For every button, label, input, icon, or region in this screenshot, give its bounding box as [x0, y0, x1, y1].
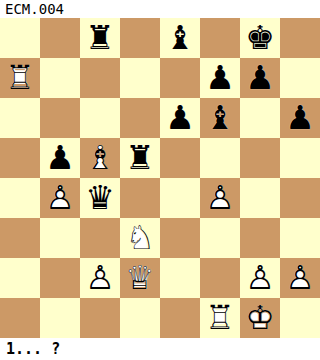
square-d6[interactable]	[120, 98, 160, 138]
square-e3[interactable]	[160, 218, 200, 258]
black-rook[interactable]: ♜	[80, 18, 120, 58]
white-knight[interactable]: ♘	[120, 218, 160, 258]
square-a1[interactable]	[0, 298, 40, 338]
move-prompt: 1... ?	[0, 338, 320, 360]
square-g1[interactable]: ♚♔	[240, 298, 280, 338]
square-d7[interactable]	[120, 58, 160, 98]
square-c4[interactable]: ♛	[80, 178, 120, 218]
square-e4[interactable]	[160, 178, 200, 218]
square-d8[interactable]	[120, 18, 160, 58]
square-c3[interactable]	[80, 218, 120, 258]
square-c5[interactable]: ♝♗	[80, 138, 120, 178]
square-h1[interactable]	[280, 298, 320, 338]
square-e8[interactable]: ♝	[160, 18, 200, 58]
square-h5[interactable]	[280, 138, 320, 178]
square-g7[interactable]: ♟	[240, 58, 280, 98]
white-pawn[interactable]: ♙	[40, 178, 80, 218]
white-pawn[interactable]: ♙	[240, 258, 280, 298]
white-rook[interactable]: ♖	[0, 58, 40, 98]
square-c8[interactable]: ♜	[80, 18, 120, 58]
square-d2[interactable]: ♛♕	[120, 258, 160, 298]
black-pawn[interactable]: ♟	[240, 58, 280, 98]
square-g3[interactable]	[240, 218, 280, 258]
white-queen[interactable]: ♕	[120, 258, 160, 298]
black-bishop[interactable]: ♝	[200, 98, 240, 138]
square-h3[interactable]	[280, 218, 320, 258]
square-h8[interactable]	[280, 18, 320, 58]
square-h2[interactable]: ♟♙	[280, 258, 320, 298]
black-bishop[interactable]: ♝	[160, 18, 200, 58]
square-f5[interactable]	[200, 138, 240, 178]
black-rook[interactable]: ♜	[120, 138, 160, 178]
square-c7[interactable]	[80, 58, 120, 98]
square-d5[interactable]: ♜	[120, 138, 160, 178]
black-pawn[interactable]: ♟	[280, 98, 320, 138]
square-h4[interactable]	[280, 178, 320, 218]
square-c1[interactable]	[80, 298, 120, 338]
square-f2[interactable]	[200, 258, 240, 298]
black-pawn[interactable]: ♟	[200, 58, 240, 98]
square-e7[interactable]	[160, 58, 200, 98]
square-g5[interactable]	[240, 138, 280, 178]
white-king[interactable]: ♔	[240, 298, 280, 338]
square-a7[interactable]: ♜♖	[0, 58, 40, 98]
square-a6[interactable]	[0, 98, 40, 138]
square-g4[interactable]	[240, 178, 280, 218]
square-f6[interactable]: ♝	[200, 98, 240, 138]
square-f4[interactable]: ♟♙	[200, 178, 240, 218]
puzzle-id: ECM.004	[0, 0, 320, 18]
square-f7[interactable]: ♟	[200, 58, 240, 98]
square-d1[interactable]	[120, 298, 160, 338]
square-a8[interactable]	[0, 18, 40, 58]
white-pawn[interactable]: ♙	[280, 258, 320, 298]
square-a2[interactable]	[0, 258, 40, 298]
square-d4[interactable]	[120, 178, 160, 218]
square-g8[interactable]: ♚	[240, 18, 280, 58]
chess-program-window: ECM.004 ♜♝♚♜♖♟♟♟♝♟♟♝♗♜♟♙♛♟♙♞♘♟♙♛♕♟♙♟♙♜♖♚…	[0, 0, 320, 360]
white-rook[interactable]: ♖	[200, 298, 240, 338]
square-e6[interactable]: ♟	[160, 98, 200, 138]
square-c2[interactable]: ♟♙	[80, 258, 120, 298]
square-c6[interactable]	[80, 98, 120, 138]
black-pawn[interactable]: ♟	[40, 138, 80, 178]
white-pawn[interactable]: ♙	[200, 178, 240, 218]
square-b6[interactable]	[40, 98, 80, 138]
square-f3[interactable]	[200, 218, 240, 258]
black-king[interactable]: ♚	[240, 18, 280, 58]
square-b7[interactable]	[40, 58, 80, 98]
square-e2[interactable]	[160, 258, 200, 298]
chess-board: ♜♝♚♜♖♟♟♟♝♟♟♝♗♜♟♙♛♟♙♞♘♟♙♛♕♟♙♟♙♜♖♚♔	[0, 18, 320, 338]
black-pawn[interactable]: ♟	[160, 98, 200, 138]
square-e1[interactable]	[160, 298, 200, 338]
square-f1[interactable]: ♜♖	[200, 298, 240, 338]
square-a4[interactable]	[0, 178, 40, 218]
square-b5[interactable]: ♟	[40, 138, 80, 178]
white-bishop[interactable]: ♗	[80, 138, 120, 178]
square-e5[interactable]	[160, 138, 200, 178]
square-g2[interactable]: ♟♙	[240, 258, 280, 298]
square-a3[interactable]	[0, 218, 40, 258]
square-g6[interactable]	[240, 98, 280, 138]
square-h7[interactable]	[280, 58, 320, 98]
black-queen[interactable]: ♛	[80, 178, 120, 218]
square-h6[interactable]: ♟	[280, 98, 320, 138]
square-b8[interactable]	[40, 18, 80, 58]
square-a5[interactable]	[0, 138, 40, 178]
square-b2[interactable]	[40, 258, 80, 298]
square-f8[interactable]	[200, 18, 240, 58]
square-b3[interactable]	[40, 218, 80, 258]
square-d3[interactable]: ♞♘	[120, 218, 160, 258]
square-b4[interactable]: ♟♙	[40, 178, 80, 218]
square-b1[interactable]	[40, 298, 80, 338]
white-pawn[interactable]: ♙	[80, 258, 120, 298]
